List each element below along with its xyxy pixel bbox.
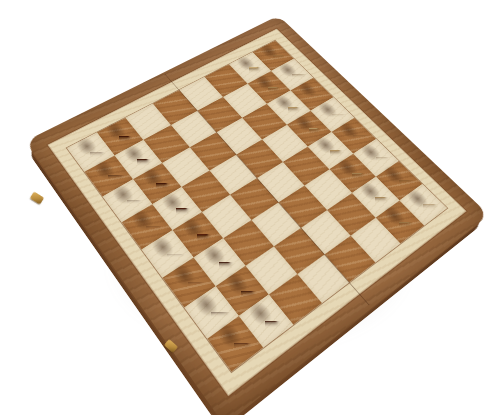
- chess-set-photo: ♜♞♝♛♚♝♞♜♟♟♟♟♟♟♟♟♟♟♟♟♟♟♟♟♜♞♝♛♚♝♞♜: [0, 0, 500, 415]
- piece-white-pawn-glyph: ♟: [386, 196, 414, 225]
- piece-black-rook-glyph: ♜: [215, 307, 254, 348]
- square-h8: ♜: [207, 316, 263, 371]
- piece-black-pawn-glyph: ♟: [250, 292, 281, 325]
- brass-hinge-left: [30, 191, 44, 204]
